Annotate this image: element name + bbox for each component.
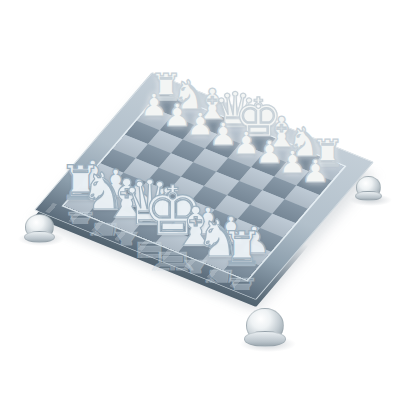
pieces-layer: ♜♞♝♛♚♝♞♜♟♟♟♟♟♟♟♟♟♟♟♟♟♟♟♟♜♜♞♞♝♝♛♛♚♚♝♝♞♞♜♜: [0, 0, 400, 400]
piece-black-rook-h8: ♜: [221, 226, 263, 273]
piece-white-pawn-h2: ♟: [301, 156, 329, 187]
glass-chess-set-photo: ♜♞♝♛♚♝♞♜♟♟♟♟♟♟♟♟♟♟♟♟♟♟♟♟♜♜♞♞♝♝♛♛♚♚♝♝♞♞♜♜: [0, 0, 400, 400]
piece-reflection-h8: ♜: [223, 271, 261, 313]
